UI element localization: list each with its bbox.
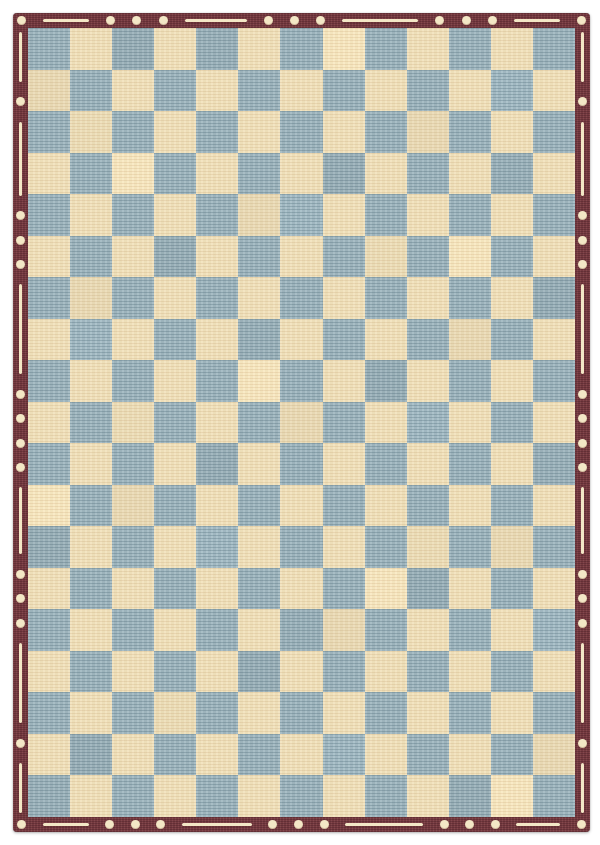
board-square xyxy=(407,402,449,444)
board-square xyxy=(491,651,533,693)
board-square xyxy=(112,443,154,485)
board-square xyxy=(280,194,322,236)
board-square xyxy=(407,775,449,817)
board-square xyxy=(491,609,533,651)
board-square xyxy=(533,194,575,236)
board-square xyxy=(449,485,491,527)
border-dash xyxy=(581,487,584,554)
board-square xyxy=(365,609,407,651)
board-square xyxy=(154,609,196,651)
board-square xyxy=(28,236,70,278)
board-square xyxy=(365,153,407,195)
board-square xyxy=(407,319,449,361)
border-dot xyxy=(16,390,25,399)
board-square xyxy=(112,734,154,776)
board-square xyxy=(28,402,70,444)
border-dash xyxy=(345,823,423,826)
board-square xyxy=(28,153,70,195)
border-dot xyxy=(462,16,471,25)
border-dot xyxy=(17,820,26,829)
board-square xyxy=(491,360,533,402)
board-square xyxy=(491,28,533,70)
board-square xyxy=(28,443,70,485)
board-square xyxy=(154,28,196,70)
board-square xyxy=(407,485,449,527)
board-square xyxy=(238,153,280,195)
board-square xyxy=(196,153,238,195)
board-square xyxy=(280,111,322,153)
border-dot xyxy=(16,463,25,472)
board-square xyxy=(491,402,533,444)
border-dash xyxy=(43,19,89,22)
board-square xyxy=(196,402,238,444)
board-square xyxy=(449,319,491,361)
board-square xyxy=(365,443,407,485)
board-square xyxy=(70,775,112,817)
border-dot xyxy=(16,414,25,423)
board-square xyxy=(280,153,322,195)
board-square xyxy=(238,692,280,734)
board-square xyxy=(449,651,491,693)
board-square xyxy=(407,70,449,112)
board-square xyxy=(154,651,196,693)
board-square xyxy=(491,568,533,610)
board-square xyxy=(154,775,196,817)
board-square xyxy=(196,734,238,776)
board-square xyxy=(365,734,407,776)
board-square xyxy=(280,319,322,361)
board-square xyxy=(280,277,322,319)
board-square xyxy=(28,194,70,236)
board-square xyxy=(365,111,407,153)
board-square xyxy=(112,402,154,444)
board-square xyxy=(323,402,365,444)
board-square xyxy=(365,526,407,568)
board-square xyxy=(28,775,70,817)
board-square xyxy=(280,485,322,527)
border-dot xyxy=(132,16,141,25)
board-square xyxy=(323,526,365,568)
border-dot xyxy=(320,820,329,829)
board-square xyxy=(70,609,112,651)
board-square xyxy=(407,568,449,610)
board-square xyxy=(365,360,407,402)
board-square xyxy=(323,28,365,70)
board-square xyxy=(407,277,449,319)
border-dash xyxy=(19,122,22,196)
border-dot xyxy=(131,820,140,829)
board-square xyxy=(238,443,280,485)
board-square xyxy=(196,775,238,817)
board-square xyxy=(491,111,533,153)
board-square xyxy=(449,692,491,734)
border-dot xyxy=(465,820,474,829)
board-square xyxy=(28,277,70,319)
board-square xyxy=(449,236,491,278)
board-square xyxy=(112,236,154,278)
board-square xyxy=(112,651,154,693)
board-square xyxy=(323,775,365,817)
board-square xyxy=(533,609,575,651)
board-square xyxy=(28,111,70,153)
board-square xyxy=(28,609,70,651)
board-square xyxy=(365,651,407,693)
board-square xyxy=(70,236,112,278)
border-dot xyxy=(16,211,25,220)
board-square xyxy=(533,443,575,485)
board-square xyxy=(238,28,280,70)
border-dot xyxy=(17,16,26,25)
border-dot xyxy=(578,211,587,220)
board-square xyxy=(196,692,238,734)
board-square xyxy=(154,485,196,527)
board-square xyxy=(280,526,322,568)
board-square xyxy=(28,526,70,568)
board-square xyxy=(28,734,70,776)
board-square xyxy=(323,692,365,734)
board-square xyxy=(280,568,322,610)
board-square xyxy=(70,28,112,70)
border-dot xyxy=(488,16,497,25)
board-square xyxy=(365,402,407,444)
board-square xyxy=(28,360,70,402)
board-square xyxy=(70,526,112,568)
border-dash xyxy=(516,823,560,826)
board-square xyxy=(70,194,112,236)
board-square xyxy=(491,194,533,236)
board-square xyxy=(323,236,365,278)
board-square xyxy=(154,526,196,568)
board-square xyxy=(154,111,196,153)
board-square xyxy=(28,651,70,693)
board-square xyxy=(238,402,280,444)
board-square xyxy=(196,651,238,693)
board-square xyxy=(196,609,238,651)
board-square xyxy=(112,360,154,402)
board-square xyxy=(70,111,112,153)
board-square xyxy=(491,236,533,278)
board-square xyxy=(533,28,575,70)
border-dot xyxy=(578,739,587,748)
board-square xyxy=(323,319,365,361)
board-square xyxy=(112,568,154,610)
board-square xyxy=(533,319,575,361)
border-dot xyxy=(16,439,25,448)
border-dot xyxy=(578,390,587,399)
board-square xyxy=(112,28,154,70)
board-square xyxy=(365,70,407,112)
border-dot xyxy=(578,97,587,106)
board-square xyxy=(365,692,407,734)
board-square xyxy=(449,111,491,153)
board-square xyxy=(365,775,407,817)
board-square xyxy=(533,236,575,278)
border-dot xyxy=(491,820,500,829)
board-square xyxy=(533,277,575,319)
border-dot xyxy=(578,570,587,579)
board-square xyxy=(533,651,575,693)
board-square xyxy=(407,609,449,651)
board-square xyxy=(196,194,238,236)
board-square xyxy=(112,692,154,734)
board-square xyxy=(533,153,575,195)
board-square xyxy=(112,153,154,195)
board-square xyxy=(70,70,112,112)
border-dot xyxy=(578,260,587,269)
board-square xyxy=(323,111,365,153)
board-square xyxy=(407,153,449,195)
board-square xyxy=(449,153,491,195)
board-square xyxy=(280,28,322,70)
border-dot xyxy=(578,414,587,423)
board-square xyxy=(196,28,238,70)
board-square xyxy=(323,194,365,236)
board-square xyxy=(365,236,407,278)
board-square xyxy=(238,319,280,361)
board-square xyxy=(154,443,196,485)
border-dot xyxy=(16,260,25,269)
board-square xyxy=(533,526,575,568)
board-square xyxy=(533,568,575,610)
border-dash xyxy=(19,32,22,82)
border-dot xyxy=(16,236,25,245)
board-square xyxy=(196,526,238,568)
border-dash xyxy=(19,763,22,813)
border-dash xyxy=(581,122,584,196)
board-square xyxy=(407,651,449,693)
board-square xyxy=(70,360,112,402)
board-square xyxy=(280,443,322,485)
border-dash xyxy=(19,643,22,723)
board-square xyxy=(238,734,280,776)
border-dash xyxy=(19,284,22,374)
board-square xyxy=(154,734,196,776)
board-square xyxy=(323,651,365,693)
checkerboard xyxy=(28,28,575,817)
board-square xyxy=(280,70,322,112)
board-square xyxy=(449,70,491,112)
board-square xyxy=(407,734,449,776)
board-square xyxy=(196,111,238,153)
border-dash xyxy=(581,284,584,374)
board-square xyxy=(70,651,112,693)
border-dot xyxy=(577,820,586,829)
board-square xyxy=(491,443,533,485)
board-square xyxy=(323,734,365,776)
border-dash xyxy=(19,487,22,554)
board-square xyxy=(112,194,154,236)
board-square xyxy=(196,443,238,485)
board-square xyxy=(238,651,280,693)
board-square xyxy=(28,319,70,361)
board-square xyxy=(112,319,154,361)
board-square xyxy=(533,734,575,776)
board-square xyxy=(365,568,407,610)
board-square xyxy=(70,734,112,776)
board-square xyxy=(449,28,491,70)
border-dash xyxy=(185,19,247,22)
board-square xyxy=(407,236,449,278)
board-square xyxy=(491,70,533,112)
board-square xyxy=(323,277,365,319)
border-dash xyxy=(43,823,89,826)
board-square xyxy=(238,485,280,527)
board-square xyxy=(238,568,280,610)
border-dot xyxy=(156,820,165,829)
board-square xyxy=(154,277,196,319)
border-dot xyxy=(316,16,325,25)
board-square xyxy=(28,692,70,734)
board-square xyxy=(154,153,196,195)
board-square xyxy=(70,485,112,527)
board-square xyxy=(449,734,491,776)
board-square xyxy=(154,70,196,112)
board-square xyxy=(238,609,280,651)
board-square xyxy=(323,153,365,195)
board-square xyxy=(112,111,154,153)
board-square xyxy=(280,734,322,776)
board-square xyxy=(491,734,533,776)
board-square xyxy=(365,28,407,70)
border-dot xyxy=(264,16,273,25)
board-square xyxy=(154,194,196,236)
border-dot xyxy=(16,97,25,106)
board-square xyxy=(70,319,112,361)
border-dot xyxy=(578,439,587,448)
board-square xyxy=(28,70,70,112)
border-dot xyxy=(268,820,277,829)
board-square xyxy=(70,692,112,734)
board-square xyxy=(365,485,407,527)
border-dot xyxy=(435,16,444,25)
board-square xyxy=(491,277,533,319)
border-dot xyxy=(105,820,114,829)
board-square xyxy=(154,692,196,734)
border-ornaments-bottom xyxy=(13,817,590,832)
board-square xyxy=(533,360,575,402)
board-square xyxy=(112,485,154,527)
border-ornaments-right xyxy=(575,28,590,817)
board-square xyxy=(196,70,238,112)
checkered-rug xyxy=(13,13,590,832)
border-ornaments-top xyxy=(13,13,590,28)
board-square xyxy=(323,609,365,651)
board-square xyxy=(449,194,491,236)
board-square xyxy=(70,568,112,610)
board-square xyxy=(70,153,112,195)
border-dash xyxy=(581,643,584,723)
board-square xyxy=(154,402,196,444)
board-square xyxy=(196,319,238,361)
board-square xyxy=(491,153,533,195)
board-square xyxy=(28,28,70,70)
board-square xyxy=(533,402,575,444)
board-square xyxy=(238,526,280,568)
board-square xyxy=(407,692,449,734)
board-square xyxy=(238,775,280,817)
border-dash xyxy=(581,763,584,813)
board-square xyxy=(323,360,365,402)
board-square xyxy=(323,568,365,610)
board-square xyxy=(280,775,322,817)
board-square xyxy=(238,194,280,236)
board-square xyxy=(112,775,154,817)
board-square xyxy=(449,568,491,610)
board-square xyxy=(449,526,491,568)
border-dot xyxy=(16,739,25,748)
board-square xyxy=(112,609,154,651)
board-square xyxy=(491,692,533,734)
board-square xyxy=(280,651,322,693)
board-square xyxy=(154,319,196,361)
board-square xyxy=(280,236,322,278)
board-square xyxy=(323,443,365,485)
border-dot xyxy=(294,820,303,829)
board-square xyxy=(533,775,575,817)
board-square xyxy=(238,360,280,402)
board-square xyxy=(533,70,575,112)
border-dash xyxy=(182,823,252,826)
board-square xyxy=(154,568,196,610)
board-square xyxy=(196,360,238,402)
board-square xyxy=(196,236,238,278)
board-square xyxy=(112,70,154,112)
board-square xyxy=(280,360,322,402)
border-dot xyxy=(16,570,25,579)
board-square xyxy=(238,236,280,278)
board-square xyxy=(407,526,449,568)
board-square xyxy=(449,402,491,444)
board-square xyxy=(323,485,365,527)
board-square xyxy=(70,402,112,444)
border-dot xyxy=(578,619,587,628)
board-square xyxy=(365,319,407,361)
board-square xyxy=(491,526,533,568)
board-square xyxy=(196,485,238,527)
board-square xyxy=(112,277,154,319)
border-dot xyxy=(16,619,25,628)
board-square xyxy=(449,360,491,402)
board-square xyxy=(154,360,196,402)
board-square xyxy=(491,775,533,817)
board-square xyxy=(70,277,112,319)
board-square xyxy=(407,360,449,402)
board-square xyxy=(28,568,70,610)
border-dot xyxy=(159,16,168,25)
border-dot xyxy=(578,594,587,603)
board-square xyxy=(238,277,280,319)
board-square xyxy=(154,236,196,278)
board-square xyxy=(238,70,280,112)
board-square xyxy=(533,111,575,153)
board-square xyxy=(449,609,491,651)
board-square xyxy=(280,609,322,651)
board-square xyxy=(196,568,238,610)
board-square xyxy=(196,277,238,319)
board-square xyxy=(365,277,407,319)
board-square xyxy=(533,692,575,734)
board-square xyxy=(407,443,449,485)
board-square xyxy=(407,28,449,70)
border-dash xyxy=(514,19,560,22)
board-square xyxy=(238,111,280,153)
border-dot xyxy=(577,16,586,25)
board-square xyxy=(491,319,533,361)
border-dot xyxy=(16,594,25,603)
board-square xyxy=(491,485,533,527)
board-square xyxy=(280,692,322,734)
board-square xyxy=(280,402,322,444)
